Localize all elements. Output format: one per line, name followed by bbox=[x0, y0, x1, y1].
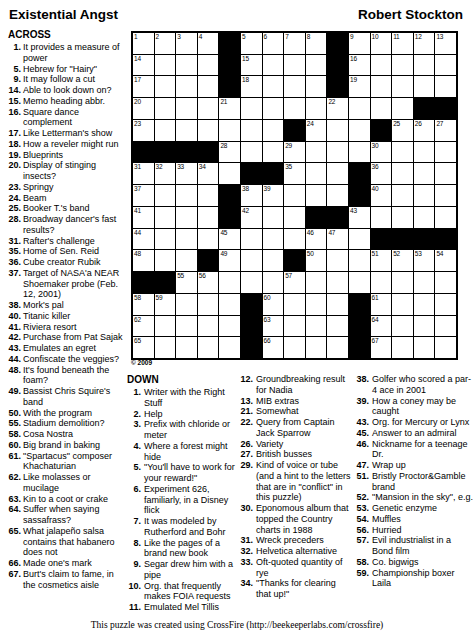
clue-text: It's found beneath the foam? bbox=[23, 365, 126, 387]
grid-cell[interactable] bbox=[371, 272, 392, 293]
down-clue-8: 8.Like the pages of a brand new book bbox=[127, 538, 239, 560]
grid-cell[interactable] bbox=[349, 250, 370, 271]
grid-cell[interactable]: 51 bbox=[371, 250, 392, 271]
grid-cell[interactable] bbox=[392, 337, 413, 358]
grid-cell[interactable] bbox=[263, 250, 284, 271]
grid-cell[interactable]: 19 bbox=[349, 76, 370, 97]
grid-cell[interactable] bbox=[392, 98, 413, 119]
across-clue-63: 63.Kin to a coot or crake bbox=[8, 494, 126, 505]
clue-text: Like molasses or mucilage bbox=[23, 472, 126, 494]
grid-cell-black bbox=[284, 250, 305, 271]
grid-cell[interactable]: 24 bbox=[306, 120, 327, 141]
grid-cell[interactable] bbox=[155, 55, 176, 76]
clue-text: Burt's claim to fame, in the cosmetics a… bbox=[23, 569, 126, 591]
across-clue-list: 1.It provides a measure of power5.Hebrew… bbox=[8, 42, 126, 590]
clue-number: 34. bbox=[239, 578, 253, 600]
grid-cell[interactable] bbox=[392, 163, 413, 184]
cell-number: 7 bbox=[285, 33, 288, 41]
grid-cell[interactable] bbox=[155, 250, 176, 271]
grid-cell[interactable]: 3 bbox=[176, 33, 197, 54]
grid-cell[interactable]: 12 bbox=[414, 33, 435, 54]
clue-text: Wrap up bbox=[372, 460, 473, 471]
grid-cell[interactable] bbox=[176, 337, 197, 358]
clue-text: Helvetica alternative bbox=[256, 546, 353, 557]
grid-cell[interactable] bbox=[241, 250, 262, 271]
grid-cell[interactable] bbox=[306, 98, 327, 119]
grid-cell[interactable]: 48 bbox=[133, 250, 154, 271]
grid-cell[interactable]: 15 bbox=[241, 55, 262, 76]
grid-cell[interactable] bbox=[349, 272, 370, 293]
grid-cell[interactable]: 57 bbox=[284, 272, 305, 293]
grid-cell[interactable] bbox=[263, 98, 284, 119]
grid-cell[interactable] bbox=[155, 120, 176, 141]
down-clue-29: 29.Kind of voice or tube (and a hint to … bbox=[239, 460, 353, 503]
grid-cell[interactable]: 18 bbox=[241, 76, 262, 97]
down-clue-4: 4.Where a forest might hide bbox=[127, 441, 239, 463]
grid-cell[interactable] bbox=[241, 120, 262, 141]
grid-cell[interactable] bbox=[284, 229, 305, 250]
cell-number: 5 bbox=[242, 33, 245, 41]
down-clue-31: 31.Wreck preceders bbox=[239, 535, 353, 546]
clue-text: Stadium demolition? bbox=[23, 418, 126, 429]
across-clue-60: 60.Big brand in baking bbox=[8, 440, 126, 451]
clue-number: 58. bbox=[355, 557, 369, 568]
grid-cell[interactable] bbox=[263, 272, 284, 293]
grid-cell[interactable] bbox=[435, 185, 456, 206]
grid-cell[interactable] bbox=[198, 98, 219, 119]
grid-cell[interactable] bbox=[263, 76, 284, 97]
grid-cell[interactable] bbox=[241, 272, 262, 293]
grid-cell[interactable] bbox=[435, 272, 456, 293]
clue-number: 43. bbox=[355, 417, 369, 428]
grid-cell[interactable] bbox=[327, 337, 348, 358]
grid-cell[interactable]: 64 bbox=[371, 316, 392, 337]
cell-number: 48 bbox=[134, 250, 141, 258]
clue-number: 6. bbox=[127, 484, 141, 516]
across-clue-24: 24.Beam bbox=[8, 193, 126, 204]
grid-cell[interactable] bbox=[414, 76, 435, 97]
grid-cell[interactable] bbox=[371, 76, 392, 97]
grid-cell[interactable] bbox=[284, 294, 305, 315]
grid-cell[interactable] bbox=[306, 337, 327, 358]
grid-cell[interactable]: 54 bbox=[435, 250, 456, 271]
grid-cell-black bbox=[219, 76, 240, 97]
grid-cell[interactable]: 46 bbox=[306, 229, 327, 250]
grid-cell[interactable] bbox=[414, 142, 435, 163]
clue-text: Genetic enzyme bbox=[372, 503, 473, 514]
grid-cell[interactable] bbox=[349, 98, 370, 119]
cell-number: 29 bbox=[285, 142, 292, 150]
clue-text: With the program bbox=[23, 408, 126, 419]
clue-number: 22. bbox=[239, 417, 253, 439]
grid-cell[interactable] bbox=[176, 76, 197, 97]
grid-cell[interactable] bbox=[371, 98, 392, 119]
grid-cell[interactable]: 36 bbox=[371, 163, 392, 184]
grid-cell[interactable]: 55 bbox=[176, 272, 197, 293]
grid-cell[interactable]: 60 bbox=[263, 294, 284, 315]
clue-number: 17. bbox=[8, 128, 21, 139]
clue-text: Hurried bbox=[372, 525, 473, 536]
cell-number: 44 bbox=[134, 229, 141, 237]
grid-cell[interactable] bbox=[371, 55, 392, 76]
grid-cell[interactable] bbox=[198, 76, 219, 97]
clue-text: Hebrew for "Hairy" bbox=[23, 64, 126, 75]
grid-cell[interactable] bbox=[198, 294, 219, 315]
clue-number: 35. bbox=[8, 246, 21, 257]
grid-cell[interactable] bbox=[219, 294, 240, 315]
grid-cell[interactable] bbox=[327, 316, 348, 337]
grid-cell[interactable] bbox=[371, 207, 392, 228]
down-clue-21: 21.Somewhat bbox=[239, 406, 353, 417]
down-clue-32: 32.Helvetica alternative bbox=[239, 546, 353, 557]
grid-cell[interactable]: 16 bbox=[349, 55, 370, 76]
grid-cell[interactable] bbox=[306, 142, 327, 163]
grid-cell[interactable] bbox=[414, 294, 435, 315]
grid-cell[interactable] bbox=[155, 229, 176, 250]
down-clue-13: 13.MIB extras bbox=[239, 396, 353, 407]
cell-number: 61 bbox=[372, 294, 379, 302]
grid-cell[interactable]: 59 bbox=[155, 294, 176, 315]
clue-number: 42. bbox=[8, 332, 21, 343]
grid-cell[interactable]: 30 bbox=[371, 142, 392, 163]
clue-number: 44. bbox=[8, 354, 21, 365]
grid-cell[interactable] bbox=[176, 316, 197, 337]
grid-cell[interactable]: 67 bbox=[371, 337, 392, 358]
grid-cell[interactable]: 13 bbox=[435, 33, 456, 54]
clue-number: 50. bbox=[8, 408, 21, 419]
grid-cell[interactable] bbox=[241, 98, 262, 119]
grid-cell[interactable] bbox=[176, 98, 197, 119]
clue-text: Muffles bbox=[372, 514, 473, 525]
grid-cell[interactable] bbox=[327, 294, 348, 315]
grid-cell-black bbox=[219, 185, 240, 206]
clue-number: 1. bbox=[8, 42, 21, 64]
clue-number: 32. bbox=[239, 546, 253, 557]
down-clue-34: 34."Thanks for clearing that up!" bbox=[239, 578, 353, 600]
grid-cell[interactable]: 39 bbox=[263, 185, 284, 206]
grid-cell[interactable] bbox=[414, 337, 435, 358]
grid-cell[interactable] bbox=[198, 185, 219, 206]
grid-cell[interactable] bbox=[263, 142, 284, 163]
cell-number: 11 bbox=[393, 33, 399, 41]
grid-cell[interactable] bbox=[414, 272, 435, 293]
down-clue-54: 54.Muffles bbox=[355, 514, 473, 525]
grid-cell[interactable]: 2 bbox=[155, 33, 176, 54]
grid-cell[interactable] bbox=[263, 55, 284, 76]
down-clue-12: 12.Groundbreaking result for Nadia bbox=[239, 374, 353, 396]
grid-cell[interactable]: 8 bbox=[306, 33, 327, 54]
down-clue-10: 10.Org. that frequently makes FOIA reque… bbox=[127, 581, 239, 603]
grid-cell[interactable] bbox=[284, 98, 305, 119]
grid-cell[interactable] bbox=[219, 120, 240, 141]
cell-number: 30 bbox=[372, 142, 379, 150]
grid-cell[interactable] bbox=[306, 55, 327, 76]
grid-cell-black bbox=[349, 294, 370, 315]
grid-cell[interactable]: 4 bbox=[198, 33, 219, 54]
cell-number: 21 bbox=[220, 98, 227, 106]
grid-cell[interactable]: 35 bbox=[284, 163, 305, 184]
grid-cell[interactable] bbox=[198, 120, 219, 141]
clue-text: Help bbox=[144, 409, 239, 420]
grid-cell[interactable] bbox=[284, 316, 305, 337]
grid-cell[interactable]: 7 bbox=[284, 33, 305, 54]
clue-text: Booker T.'s band bbox=[23, 203, 126, 214]
grid-cell[interactable]: 33 bbox=[176, 163, 197, 184]
clue-text: British busses bbox=[256, 449, 353, 460]
grid-cell[interactable]: 47 bbox=[327, 229, 348, 250]
grid-cell[interactable]: 10 bbox=[371, 33, 392, 54]
cell-number: 47 bbox=[328, 229, 335, 237]
grid-cell[interactable]: 41 bbox=[133, 207, 154, 228]
grid-cell[interactable] bbox=[392, 294, 413, 315]
grid-cell[interactable] bbox=[219, 337, 240, 358]
grid-cell[interactable] bbox=[155, 76, 176, 97]
grid-cell[interactable]: 62 bbox=[133, 316, 154, 337]
grid-cell-black bbox=[198, 142, 219, 163]
grid-cell[interactable]: 5 bbox=[241, 33, 262, 54]
grid-cell[interactable]: 26 bbox=[414, 120, 435, 141]
grid-cell[interactable]: 9 bbox=[349, 33, 370, 54]
grid-cell[interactable] bbox=[327, 185, 348, 206]
across-section: ACROSS 1.It provides a measure of power5… bbox=[8, 29, 126, 590]
grid-cell[interactable] bbox=[414, 55, 435, 76]
grid-cell[interactable] bbox=[435, 316, 456, 337]
across-clue-61: 61."Spartacus" composer Khachaturian bbox=[8, 451, 126, 473]
grid-cell[interactable]: 28 bbox=[219, 142, 240, 163]
grid-cell[interactable] bbox=[176, 55, 197, 76]
grid-cell[interactable]: 27 bbox=[435, 120, 456, 141]
clue-text: Golfer who scored a par-4 ace in 2001 bbox=[372, 374, 473, 396]
grid-cell[interactable] bbox=[219, 272, 240, 293]
grid-cell[interactable] bbox=[155, 185, 176, 206]
down-clue-9: 9.Segar drew him with a pipe bbox=[127, 559, 239, 581]
clue-text: Co. bigwigs bbox=[372, 557, 473, 568]
clue-text: Variety bbox=[256, 439, 353, 450]
grid-cell[interactable] bbox=[284, 207, 305, 228]
across-clue-37: 37.Target of NASA'a NEAR Shoemaker probe… bbox=[8, 268, 126, 300]
grid-cell[interactable] bbox=[435, 294, 456, 315]
grid-cell[interactable] bbox=[241, 142, 262, 163]
down-clue-43: 43.Org. for Mercury or Lynx bbox=[355, 417, 473, 428]
cell-number: 33 bbox=[177, 163, 184, 171]
grid-cell[interactable]: 21 bbox=[219, 98, 240, 119]
grid-cell[interactable] bbox=[306, 316, 327, 337]
grid-cell[interactable] bbox=[435, 76, 456, 97]
cell-number: 43 bbox=[350, 207, 357, 215]
grid-cell-black bbox=[327, 55, 348, 76]
clue-number: 55. bbox=[8, 418, 21, 429]
grid-cell[interactable] bbox=[392, 142, 413, 163]
grid-cell[interactable] bbox=[306, 76, 327, 97]
clue-number: 46. bbox=[355, 439, 369, 461]
down-clue-53: 53.Genetic enzyme bbox=[355, 503, 473, 514]
clue-text: Cosa Nostra bbox=[23, 429, 126, 440]
grid-cell[interactable]: 49 bbox=[219, 250, 240, 271]
clue-text: Eponomous album that topped the Country … bbox=[256, 503, 353, 535]
grid-cell[interactable] bbox=[219, 163, 240, 184]
clue-number: 60. bbox=[8, 440, 21, 451]
clue-number: 3. bbox=[127, 419, 141, 441]
clue-text: Somewhat bbox=[256, 406, 353, 417]
down-clue-51: 51.Bristly Proctor&Gamble brand bbox=[355, 471, 473, 493]
grid-cell[interactable]: 45 bbox=[219, 229, 240, 250]
grid-cell[interactable]: 40 bbox=[371, 185, 392, 206]
clue-text: Target of NASA'a NEAR Shoemaker probe (F… bbox=[23, 268, 126, 300]
grid-cell[interactable]: 44 bbox=[133, 229, 154, 250]
grid-cell[interactable] bbox=[414, 316, 435, 337]
across-clue-38: 38.Mork's pal bbox=[8, 300, 126, 311]
clue-number: 27. bbox=[239, 449, 253, 460]
grid-cell[interactable]: 6 bbox=[263, 33, 284, 54]
clue-text: Mork's pal bbox=[23, 300, 126, 311]
clue-number: 64. bbox=[8, 504, 21, 526]
grid-cell[interactable] bbox=[155, 337, 176, 358]
grid-cell[interactable] bbox=[176, 250, 197, 271]
across-clue-15: 15.Memo heading abbr. bbox=[8, 96, 126, 107]
down-clue-11: 11.Emulated Mel Tillis bbox=[127, 602, 239, 613]
grid-cell[interactable]: 61 bbox=[371, 294, 392, 315]
grid-cell[interactable] bbox=[392, 207, 413, 228]
grid-cell[interactable] bbox=[435, 207, 456, 228]
grid-cell[interactable]: 23 bbox=[133, 120, 154, 141]
across-clue-35: 35.Home of Sen. Reid bbox=[8, 246, 126, 257]
grid-cell-black bbox=[176, 142, 197, 163]
grid-cell[interactable]: 38 bbox=[241, 185, 262, 206]
grid-cell[interactable] bbox=[392, 316, 413, 337]
cell-number: 34 bbox=[199, 163, 206, 171]
grid-cell[interactable] bbox=[176, 120, 197, 141]
grid-cell[interactable] bbox=[284, 185, 305, 206]
grid-cell[interactable] bbox=[435, 142, 456, 163]
grid-cell[interactable] bbox=[176, 229, 197, 250]
grid-cell[interactable]: 22 bbox=[327, 98, 348, 119]
cell-number: 49 bbox=[220, 250, 227, 258]
grid-cell[interactable]: 52 bbox=[392, 250, 413, 271]
grid-cell[interactable] bbox=[435, 55, 456, 76]
cell-number: 3 bbox=[177, 33, 180, 41]
grid-cell-black bbox=[219, 33, 240, 54]
grid-cell[interactable] bbox=[155, 207, 176, 228]
grid-cell[interactable]: 42 bbox=[241, 207, 262, 228]
grid-cell[interactable] bbox=[327, 250, 348, 271]
grid-cell[interactable] bbox=[263, 120, 284, 141]
grid-cell[interactable]: 34 bbox=[198, 163, 219, 184]
grid-cell[interactable] bbox=[284, 55, 305, 76]
grid-cell[interactable]: 43 bbox=[349, 207, 370, 228]
grid-cell[interactable] bbox=[349, 142, 370, 163]
grid-cell[interactable] bbox=[392, 185, 413, 206]
grid-cell[interactable] bbox=[392, 55, 413, 76]
grid-cell[interactable]: 37 bbox=[133, 185, 154, 206]
grid-cell[interactable] bbox=[198, 337, 219, 358]
grid-cell[interactable] bbox=[155, 98, 176, 119]
grid-cell[interactable] bbox=[219, 316, 240, 337]
grid-cell[interactable] bbox=[349, 120, 370, 141]
grid-cell-black bbox=[349, 316, 370, 337]
grid-cell[interactable] bbox=[198, 229, 219, 250]
grid-cell[interactable] bbox=[435, 337, 456, 358]
cell-number: 23 bbox=[134, 120, 141, 128]
down-clue-26: 26.Variety bbox=[239, 439, 353, 450]
grid-cell[interactable] bbox=[392, 76, 413, 97]
grid-cell[interactable]: 63 bbox=[263, 316, 284, 337]
grid-cell[interactable]: 50 bbox=[306, 250, 327, 271]
down-clue-39: 39.How a coney may be caught bbox=[355, 396, 473, 418]
grid-cell[interactable] bbox=[327, 120, 348, 141]
grid-cell[interactable]: 66 bbox=[263, 337, 284, 358]
cell-number: 31 bbox=[134, 163, 141, 171]
clue-text: Springy bbox=[23, 182, 126, 193]
grid-cell[interactable]: 11 bbox=[392, 33, 413, 54]
cell-number: 13 bbox=[436, 33, 443, 41]
across-clue-36: 36.Cube creator Rubik bbox=[8, 257, 126, 268]
clue-number: 15. bbox=[8, 96, 21, 107]
grid-cell[interactable] bbox=[306, 185, 327, 206]
grid-cell[interactable] bbox=[263, 229, 284, 250]
grid-cell[interactable] bbox=[327, 142, 348, 163]
grid-cell[interactable] bbox=[198, 55, 219, 76]
grid-cell[interactable] bbox=[306, 163, 327, 184]
grid-cell-black bbox=[371, 120, 392, 141]
grid-cell[interactable] bbox=[306, 272, 327, 293]
cell-number: 56 bbox=[199, 272, 206, 280]
grid-cell[interactable]: 1 bbox=[133, 33, 154, 54]
grid-cell[interactable]: 31 bbox=[133, 163, 154, 184]
grid-cell-black bbox=[241, 294, 262, 315]
clue-text: Riviera resort bbox=[23, 322, 126, 333]
cell-number: 58 bbox=[134, 294, 141, 302]
clue-text: Evil industrialist in a Bond film bbox=[372, 535, 473, 557]
grid-cell[interactable]: 58 bbox=[133, 294, 154, 315]
grid-cell[interactable]: 65 bbox=[133, 337, 154, 358]
grid-cell[interactable] bbox=[198, 207, 219, 228]
clue-number: 33. bbox=[239, 557, 253, 579]
grid-cell[interactable] bbox=[241, 229, 262, 250]
grid-cell[interactable] bbox=[155, 316, 176, 337]
grid-cell[interactable]: 29 bbox=[284, 142, 305, 163]
grid-cell[interactable] bbox=[176, 185, 197, 206]
grid-cell[interactable] bbox=[176, 294, 197, 315]
grid-cell[interactable] bbox=[327, 163, 348, 184]
grid-cell[interactable]: 25 bbox=[392, 120, 413, 141]
grid-cell[interactable] bbox=[284, 76, 305, 97]
cell-number: 66 bbox=[264, 337, 271, 345]
grid-cell[interactable] bbox=[414, 207, 435, 228]
grid-cell[interactable]: 20 bbox=[133, 98, 154, 119]
grid-cell[interactable] bbox=[414, 163, 435, 184]
clue-number: 25. bbox=[8, 203, 21, 214]
clue-number: 11. bbox=[127, 602, 141, 613]
clue-text: Answer to an admiral bbox=[372, 428, 473, 439]
grid-cell[interactable]: 17 bbox=[133, 76, 154, 97]
grid-cell[interactable] bbox=[284, 337, 305, 358]
grid-cell[interactable] bbox=[349, 229, 370, 250]
grid-cell[interactable]: 56 bbox=[198, 272, 219, 293]
grid-cell[interactable] bbox=[198, 316, 219, 337]
grid-cell[interactable] bbox=[176, 207, 197, 228]
grid-cell[interactable] bbox=[327, 272, 348, 293]
grid-cell[interactable]: 14 bbox=[133, 55, 154, 76]
grid-cell[interactable] bbox=[392, 272, 413, 293]
grid-cell-black bbox=[263, 163, 284, 184]
grid-cell[interactable] bbox=[435, 163, 456, 184]
cell-number: 65 bbox=[134, 337, 141, 345]
grid-cell[interactable] bbox=[414, 185, 435, 206]
grid-cell[interactable]: 32 bbox=[155, 163, 176, 184]
grid-cell[interactable] bbox=[263, 207, 284, 228]
grid-cell[interactable]: 53 bbox=[414, 250, 435, 271]
grid-cell[interactable] bbox=[306, 294, 327, 315]
